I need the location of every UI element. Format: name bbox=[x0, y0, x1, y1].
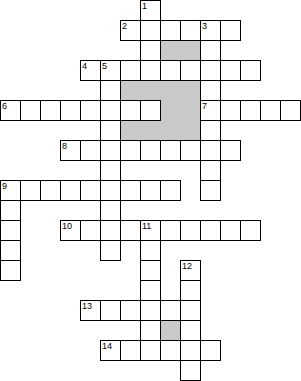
cell-r11c8[interactable] bbox=[160, 220, 181, 241]
cell-r4c10[interactable] bbox=[200, 80, 221, 101]
cell-r12c7[interactable] bbox=[140, 240, 161, 261]
shaded-cell-r6c9 bbox=[180, 120, 201, 141]
cell-r5c12[interactable] bbox=[240, 100, 261, 121]
cell-r17c9[interactable] bbox=[180, 340, 201, 361]
cell-r10c5[interactable] bbox=[100, 200, 121, 221]
cell-r5c7[interactable] bbox=[140, 100, 161, 121]
cell-r6c5[interactable] bbox=[100, 120, 121, 141]
cell-r15c5[interactable] bbox=[100, 300, 121, 321]
cell-r5c3[interactable] bbox=[60, 100, 81, 121]
cell-r11c5[interactable] bbox=[100, 220, 121, 241]
cell-r7c11[interactable] bbox=[220, 140, 241, 161]
crossword-page: 1234567891011121314 bbox=[0, 0, 301, 381]
cell-r16c7[interactable] bbox=[140, 320, 161, 341]
cell-r5c10[interactable]: 7 bbox=[200, 100, 221, 121]
cell-r3c12[interactable] bbox=[240, 60, 261, 81]
cell-r11c9[interactable] bbox=[180, 220, 201, 241]
cell-r15c4[interactable]: 13 bbox=[80, 300, 101, 321]
shaded-cell-r4c8 bbox=[160, 80, 181, 101]
cell-r3c4[interactable]: 4 bbox=[80, 60, 101, 81]
shaded-cell-r4c9 bbox=[180, 80, 201, 101]
cell-r11c7[interactable]: 11 bbox=[140, 220, 161, 241]
clue-number-1: 1 bbox=[142, 1, 147, 11]
clue-number-5: 5 bbox=[102, 61, 107, 71]
cell-r5c11[interactable] bbox=[220, 100, 241, 121]
cell-r3c9[interactable] bbox=[180, 60, 201, 81]
clue-number-11: 11 bbox=[142, 221, 151, 231]
cell-r5c5[interactable] bbox=[100, 100, 121, 121]
clue-number-9: 9 bbox=[2, 181, 7, 191]
cell-r17c10[interactable] bbox=[200, 340, 221, 361]
cell-r10c0[interactable] bbox=[0, 200, 21, 221]
cell-r1c8[interactable] bbox=[160, 20, 181, 41]
cell-r5c13[interactable] bbox=[260, 100, 281, 121]
cell-r15c7[interactable] bbox=[140, 300, 161, 321]
cell-r9c1[interactable] bbox=[20, 180, 41, 201]
shaded-cell-r4c6 bbox=[120, 80, 141, 101]
clue-number-13: 13 bbox=[82, 301, 92, 311]
clue-number-2: 2 bbox=[122, 21, 127, 31]
shaded-cell-r6c6 bbox=[120, 120, 141, 141]
cell-r3c8[interactable] bbox=[160, 60, 181, 81]
shaded-cell-r2c9 bbox=[180, 40, 201, 61]
shaded-cell-r6c7 bbox=[140, 120, 161, 141]
cell-r9c8[interactable] bbox=[160, 180, 181, 201]
cell-r6c10[interactable] bbox=[200, 120, 221, 141]
shaded-cell-r6c8 bbox=[160, 120, 181, 141]
clue-number-10: 10 bbox=[62, 221, 72, 231]
cell-r1c10[interactable]: 3 bbox=[200, 20, 221, 41]
cell-r7c10[interactable] bbox=[200, 140, 221, 161]
cell-r5c0[interactable]: 6 bbox=[0, 100, 21, 121]
cell-r4c5[interactable] bbox=[100, 80, 121, 101]
shaded-cell-r5c9 bbox=[180, 100, 201, 121]
cell-r1c7[interactable] bbox=[140, 20, 161, 41]
cell-r11c3[interactable]: 10 bbox=[60, 220, 81, 241]
cell-r7c4[interactable] bbox=[80, 140, 101, 161]
cell-r5c4[interactable] bbox=[80, 100, 101, 121]
cell-r9c7[interactable] bbox=[140, 180, 161, 201]
cell-r11c0[interactable] bbox=[0, 220, 21, 241]
cell-r0c7[interactable]: 1 bbox=[140, 0, 161, 21]
crossword-board: 1234567891011121314 bbox=[0, 0, 301, 381]
cell-r12c0[interactable] bbox=[0, 240, 21, 261]
cell-r7c9[interactable] bbox=[180, 140, 201, 161]
cell-r8c10[interactable] bbox=[200, 160, 221, 181]
cell-r3c6[interactable] bbox=[120, 60, 141, 81]
cell-r11c6[interactable] bbox=[120, 220, 141, 241]
cell-r7c6[interactable] bbox=[120, 140, 141, 161]
cell-r1c9[interactable] bbox=[180, 20, 201, 41]
cell-r17c5[interactable]: 14 bbox=[100, 340, 121, 361]
cell-r13c7[interactable] bbox=[140, 260, 161, 281]
cell-r9c3[interactable] bbox=[60, 180, 81, 201]
cell-r3c7[interactable] bbox=[140, 60, 161, 81]
cell-r15c8[interactable] bbox=[160, 300, 181, 321]
cell-r5c1[interactable] bbox=[20, 100, 41, 121]
cell-r7c7[interactable] bbox=[140, 140, 161, 161]
clue-number-7: 7 bbox=[202, 101, 207, 111]
clue-number-4: 4 bbox=[82, 61, 87, 71]
cell-r3c10[interactable] bbox=[200, 60, 221, 81]
cell-r15c9[interactable] bbox=[180, 300, 201, 321]
cell-r7c5[interactable] bbox=[100, 140, 121, 161]
cell-r12c5[interactable] bbox=[100, 240, 121, 261]
cell-r17c7[interactable] bbox=[140, 340, 161, 361]
cell-r17c8[interactable] bbox=[160, 340, 181, 361]
cell-r18c9[interactable] bbox=[180, 360, 201, 381]
cell-r3c5[interactable]: 5 bbox=[100, 60, 121, 81]
cell-r11c4[interactable] bbox=[80, 220, 101, 241]
clue-number-8: 8 bbox=[62, 141, 67, 151]
cell-r14c9[interactable] bbox=[180, 280, 201, 301]
cell-r14c7[interactable] bbox=[140, 280, 161, 301]
cell-r9c10[interactable] bbox=[200, 180, 221, 201]
clue-number-3: 3 bbox=[202, 21, 207, 31]
clue-number-12: 12 bbox=[182, 261, 192, 271]
cell-r11c11[interactable] bbox=[220, 220, 241, 241]
cell-r11c12[interactable] bbox=[240, 220, 261, 241]
cell-r9c6[interactable] bbox=[120, 180, 141, 201]
cell-r9c2[interactable] bbox=[40, 180, 61, 201]
clue-number-14: 14 bbox=[102, 341, 112, 351]
shaded-cell-r4c7 bbox=[140, 80, 161, 101]
cell-r7c3[interactable]: 8 bbox=[60, 140, 81, 161]
cell-r9c5[interactable] bbox=[100, 180, 121, 201]
cell-r5c14[interactable] bbox=[280, 100, 301, 121]
clue-number-6: 6 bbox=[2, 101, 7, 111]
cell-r17c6[interactable] bbox=[120, 340, 141, 361]
cell-r5c6[interactable] bbox=[120, 100, 141, 121]
cell-r13c0[interactable] bbox=[0, 260, 21, 281]
shaded-cell-r2c8 bbox=[160, 40, 181, 61]
cell-r1c11[interactable] bbox=[220, 20, 241, 41]
cell-r15c6[interactable] bbox=[120, 300, 141, 321]
cell-r9c0[interactable]: 9 bbox=[0, 180, 21, 201]
cell-r2c7[interactable] bbox=[140, 40, 161, 61]
cell-r16c9[interactable] bbox=[180, 320, 201, 341]
cell-r11c10[interactable] bbox=[200, 220, 221, 241]
cell-r8c5[interactable] bbox=[100, 160, 121, 181]
cell-r9c4[interactable] bbox=[80, 180, 101, 201]
shaded-cell-r5c8 bbox=[160, 100, 181, 121]
cell-r2c10[interactable] bbox=[200, 40, 221, 61]
cell-r3c11[interactable] bbox=[220, 60, 241, 81]
cell-r7c8[interactable] bbox=[160, 140, 181, 161]
shaded-cell-r16c8 bbox=[160, 320, 181, 341]
cell-r5c2[interactable] bbox=[40, 100, 61, 121]
cell-r13c9[interactable]: 12 bbox=[180, 260, 201, 281]
cell-r1c6[interactable]: 2 bbox=[120, 20, 141, 41]
